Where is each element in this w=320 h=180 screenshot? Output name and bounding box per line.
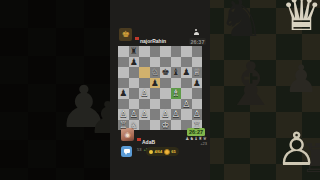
square-g7[interactable]	[181, 57, 192, 68]
square-e4[interactable]	[160, 88, 171, 99]
top-player-bar: ♚ najorRahin 325-0.1 26:37	[110, 27, 210, 46]
square-b5[interactable]	[129, 78, 140, 89]
square-h1[interactable]: ♖	[192, 120, 203, 131]
top-player-clock: 26:37	[189, 38, 206, 45]
square-g4[interactable]	[181, 88, 192, 99]
bottom-player-rating: 53	[137, 147, 141, 152]
coin-total-text: 65	[171, 149, 175, 154]
square-h2[interactable]: ♙	[192, 109, 203, 120]
square-a8[interactable]	[118, 46, 129, 57]
square-c7[interactable]	[139, 57, 150, 68]
square-e1[interactable]: ♔	[160, 120, 171, 131]
white-king-e1[interactable]: ♔	[160, 120, 171, 131]
square-g8[interactable]	[181, 46, 192, 57]
black-pawn-h5[interactable]: ♟	[192, 78, 203, 89]
square-h6[interactable]: ♕	[192, 67, 203, 78]
gold-coin-icon	[164, 149, 170, 155]
square-f8[interactable]	[171, 46, 182, 57]
black-king-e6[interactable]: ♚	[160, 67, 171, 78]
bg-bishop-right-icon: ♝	[224, 55, 278, 115]
square-h7[interactable]	[192, 57, 203, 68]
square-c3[interactable]	[139, 99, 150, 110]
captured-pieces-tray: ♟♞♝♜♛ +23	[185, 136, 207, 146]
square-d8[interactable]	[150, 46, 161, 57]
square-d7[interactable]	[150, 57, 161, 68]
square-f7[interactable]	[171, 57, 182, 68]
white-queen-h6[interactable]: ♕	[192, 67, 203, 78]
white-pawn-b2[interactable]: ♙	[129, 109, 140, 120]
white-pawn-g3[interactable]: ♙	[181, 99, 192, 110]
square-b1[interactable]: ♘	[129, 120, 140, 131]
square-c2[interactable]: ♙	[139, 109, 150, 120]
square-a6[interactable]	[118, 67, 129, 78]
square-a1[interactable]: ♖	[118, 120, 129, 131]
white-pawn-c4[interactable]: ♙	[139, 88, 150, 99]
black-rook-b8[interactable]: ♜	[129, 46, 140, 57]
bg-pawn-right-icon: ♟	[284, 60, 318, 98]
add-friend-icon[interactable]	[193, 29, 199, 36]
square-b6[interactable]	[129, 67, 140, 78]
square-a5[interactable]	[118, 78, 129, 89]
bg-rook-right-icon: ♜	[300, 138, 320, 178]
white-pawn-a2[interactable]: ♙	[118, 109, 129, 120]
square-d4[interactable]	[150, 88, 161, 99]
top-player-avatar[interactable]: ♚	[119, 28, 132, 41]
chat-button[interactable]	[121, 146, 132, 157]
square-d3[interactable]	[150, 99, 161, 110]
coin-icon	[149, 150, 153, 154]
black-pawn-g6[interactable]: ♟	[181, 67, 192, 78]
square-e5[interactable]	[160, 78, 171, 89]
white-pawn-h2[interactable]: ♙	[192, 109, 203, 120]
white-pawn-c2[interactable]: ♙	[139, 109, 150, 120]
square-g3[interactable]: ♙	[181, 99, 192, 110]
white-knight-b1[interactable]: ♘	[129, 120, 140, 131]
square-h5[interactable]: ♟	[192, 78, 203, 89]
square-f6[interactable]: ♝	[171, 67, 182, 78]
square-e8[interactable]	[160, 46, 171, 57]
square-f2[interactable]: ♙	[171, 109, 182, 120]
square-g6[interactable]: ♟	[181, 67, 192, 78]
square-d5[interactable]: ♟	[150, 78, 161, 89]
square-e6[interactable]: ♚	[160, 67, 171, 78]
bg-queen-right-icon: ♛	[281, 0, 320, 37]
black-pawn-a4[interactable]: ♟	[118, 88, 129, 99]
square-h3[interactable]	[192, 99, 203, 110]
square-c5[interactable]	[139, 78, 150, 89]
white-rook-a1[interactable]: ♖	[118, 120, 129, 131]
white-bishop-f4[interactable]: ♗	[171, 88, 182, 99]
square-c4[interactable]: ♙	[139, 88, 150, 99]
square-f4[interactable]: ♗	[171, 88, 182, 99]
square-a4[interactable]: ♟	[118, 88, 129, 99]
square-b3[interactable]	[129, 99, 140, 110]
avatar-king-icon: ♚	[119, 28, 132, 41]
square-h8[interactable]	[192, 46, 203, 57]
square-d6[interactable]: ♘	[150, 67, 161, 78]
coin-counter-pill: 4/64 65	[146, 147, 179, 156]
black-pawn-b7[interactable]: ♟	[129, 57, 140, 68]
square-f5[interactable]	[171, 78, 182, 89]
white-pawn-e2[interactable]: ♙	[160, 109, 171, 120]
square-c8[interactable]	[139, 46, 150, 57]
square-b2[interactable]: ♙	[129, 109, 140, 120]
square-e3[interactable]	[160, 99, 171, 110]
material-advantage: +23	[185, 141, 207, 146]
square-e2[interactable]: ♙	[160, 109, 171, 120]
white-pawn-f2[interactable]: ♙	[171, 109, 182, 120]
video-frame: ♟♟♞♛♝♟♙♜♚ ♚ najorRahin 325-0.1 26:37 ♜♟♘…	[0, 0, 320, 180]
square-e7[interactable]	[160, 57, 171, 68]
square-h4[interactable]	[192, 88, 203, 99]
white-rook-h1[interactable]: ♖	[192, 120, 203, 131]
square-d2[interactable]	[150, 109, 161, 120]
square-a7[interactable]	[118, 57, 129, 68]
square-a2[interactable]: ♙	[118, 109, 129, 120]
square-c6[interactable]	[139, 67, 150, 78]
chess-board[interactable]: ♜♟♘♚♝♟♕♟♟♟♙♗♙♙♙♙♙♙♙♖♘♔♖	[118, 46, 202, 130]
coin-counter-text: 4/64	[155, 149, 163, 154]
square-b7[interactable]: ♟	[129, 57, 140, 68]
square-a3[interactable]	[118, 99, 129, 110]
black-pawn-d5[interactable]: ♟	[150, 78, 161, 89]
square-f3[interactable]	[171, 99, 182, 110]
square-b4[interactable]	[129, 88, 140, 99]
square-g2[interactable]	[181, 109, 192, 120]
white-knight-d6[interactable]: ♘	[150, 67, 161, 78]
square-g5[interactable]	[181, 78, 192, 89]
black-bishop-f6[interactable]: ♝	[171, 67, 182, 78]
bg-knight-right-icon: ♞	[218, 0, 265, 44]
square-b8[interactable]: ♜	[129, 46, 140, 57]
